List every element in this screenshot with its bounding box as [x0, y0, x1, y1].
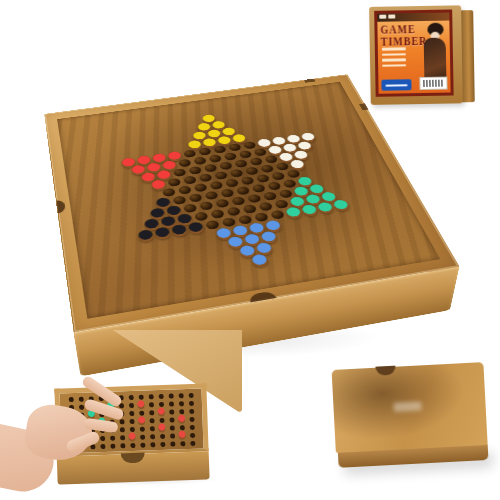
hole: [333, 200, 349, 210]
star-grid: ●●●●●●●●●●●●●●●●●●●●●●●●●●●●●●●●●●●●●●●●…: [113, 102, 371, 283]
board-hole[interactable]: [268, 209, 288, 221]
hole: [251, 184, 266, 193]
peg-green[interactable]: ●: [283, 204, 303, 218]
blue-sticker: [381, 79, 411, 91]
label-chip: [388, 14, 395, 18]
peg-black[interactable]: ●: [148, 205, 166, 219]
hole: [242, 204, 257, 214]
hole: [183, 175, 197, 184]
board-hole[interactable]: [188, 407, 195, 414]
hole: [189, 408, 194, 413]
hole: [167, 206, 181, 216]
board-hole[interactable]: [213, 198, 232, 210]
hole: [238, 215, 253, 225]
board-hole[interactable]: ●: [259, 230, 279, 243]
peg-blue[interactable]: ●: [214, 225, 233, 239]
hole: [188, 222, 203, 232]
board-hole[interactable]: ●: [242, 233, 262, 246]
hole: [261, 231, 277, 242]
hole: [210, 209, 225, 219]
board-hole[interactable]: [168, 408, 175, 415]
open-wooden-box: ●●●●●●●●●●●●●●●●●●●●●●●●●●●●●●●●●●●●●●●●…: [44, 74, 459, 332]
board-hole[interactable]: [177, 392, 184, 399]
hole: [244, 234, 260, 245]
board-hole[interactable]: ●: [247, 222, 267, 234]
hole: [204, 191, 218, 201]
board-hole[interactable]: ●: [231, 225, 251, 237]
hole: [172, 195, 186, 205]
board-hole[interactable]: ●: [178, 432, 185, 439]
board-hole[interactable]: ●: [159, 215, 178, 227]
board-hole[interactable]: [188, 431, 195, 438]
hole: [318, 202, 334, 212]
board-row: ●●●●: [148, 183, 326, 219]
board-hole[interactable]: ●: [315, 201, 335, 213]
hole: [199, 201, 214, 211]
board-hole[interactable]: ●: [307, 183, 327, 194]
hole: [236, 186, 251, 195]
hole: [150, 208, 164, 218]
hole: [160, 433, 165, 438]
board-hole[interactable]: [159, 440, 166, 447]
board-hole[interactable]: [197, 200, 216, 212]
board-hole[interactable]: [245, 193, 264, 205]
hole: [254, 212, 269, 222]
label-chip: [379, 15, 386, 19]
hole: [286, 207, 301, 217]
barcode: [419, 77, 447, 90]
board-hole[interactable]: ●: [331, 199, 351, 211]
peg-red[interactable]: ●: [177, 414, 185, 423]
board-hole[interactable]: ●: [175, 213, 194, 225]
hole: [183, 203, 198, 213]
board-hole[interactable]: [168, 424, 175, 431]
hole: [161, 216, 176, 226]
board-row: ●●: [237, 242, 274, 258]
board-hole[interactable]: [177, 400, 184, 407]
hole: [158, 393, 163, 398]
hole: [263, 191, 278, 201]
board-hole[interactable]: ●: [136, 229, 155, 242]
hole: [172, 225, 187, 235]
board-hole[interactable]: [224, 206, 243, 218]
hole: [194, 211, 209, 221]
faint-logo-stamp: [393, 401, 421, 411]
board-hole[interactable]: [160, 187, 178, 198]
closed-box-photo: [332, 362, 489, 468]
hole: [252, 254, 268, 265]
board-hole[interactable]: [203, 219, 223, 231]
board-hole[interactable]: [234, 185, 253, 196]
peg-black[interactable]: ●: [175, 211, 194, 225]
board-hole[interactable]: ●: [165, 205, 184, 217]
package-label: GAME TIMBER: [374, 9, 453, 96]
hole: [306, 194, 321, 204]
hole: [168, 393, 173, 398]
hole: [170, 441, 175, 446]
board-hole[interactable]: [202, 190, 221, 201]
board-row: ●●●●●●●●: [136, 199, 351, 242]
board-hole[interactable]: [235, 214, 255, 226]
board-hole[interactable]: ●: [186, 221, 205, 233]
board-hole[interactable]: ●: [263, 219, 283, 231]
hole: [309, 184, 324, 193]
peg-green[interactable]: ●: [295, 174, 314, 187]
hole: [216, 228, 231, 238]
hole: [178, 401, 183, 406]
peg-green[interactable]: ●: [299, 202, 319, 216]
hole: [225, 178, 239, 187]
hole: [228, 237, 243, 248]
hole: [169, 409, 174, 414]
board-hole[interactable]: [170, 194, 189, 206]
peg-blue[interactable]: ●: [230, 222, 249, 236]
board-hole[interactable]: ●: [292, 186, 312, 197]
board-hole[interactable]: ●: [226, 236, 246, 249]
board-hole[interactable]: [192, 210, 211, 222]
hole: [240, 245, 256, 256]
hole: [321, 192, 336, 202]
board-hole[interactable]: [186, 192, 205, 203]
board-hole[interactable]: ●: [153, 226, 172, 239]
hole: [274, 199, 289, 209]
hole: [180, 441, 185, 446]
closed-box-lid: [332, 362, 488, 453]
board-hole[interactable]: [179, 440, 186, 447]
board-row: ●: [249, 253, 270, 266]
peg-blue[interactable]: ●: [258, 228, 278, 243]
board-hole[interactable]: ●: [284, 206, 304, 218]
board-hole[interactable]: [191, 182, 210, 193]
peg-blue[interactable]: ●: [225, 233, 245, 248]
peg-black[interactable]: ●: [154, 195, 172, 208]
board-hole[interactable]: [249, 183, 268, 194]
peg-blue[interactable]: ●: [249, 251, 269, 266]
board-hole[interactable]: [167, 400, 174, 407]
peg-green[interactable]: ●: [303, 192, 323, 205]
hole: [247, 194, 262, 204]
peg-blue[interactable]: ●: [247, 220, 267, 234]
peg-green[interactable]: ●: [319, 189, 339, 202]
hole: [160, 441, 165, 446]
hole: [167, 178, 181, 187]
peg-red[interactable]: ●: [178, 430, 186, 439]
lifestyle-photo: ●●●●●●●●●●●●: [0, 330, 242, 500]
board-hole[interactable]: [189, 439, 196, 446]
peg-green[interactable]: ●: [331, 197, 351, 210]
hole: [194, 183, 208, 192]
board-hole[interactable]: [272, 198, 292, 210]
hole: [169, 433, 174, 438]
peg-black[interactable]: ●: [159, 213, 177, 227]
board-hole[interactable]: [229, 195, 248, 207]
hole: [221, 217, 236, 227]
peg-green[interactable]: ●: [291, 184, 310, 197]
board-hole[interactable]: ●: [254, 242, 275, 255]
hole: [256, 243, 272, 254]
board-hole[interactable]: [187, 399, 194, 406]
hole: [145, 219, 160, 229]
peg-green[interactable]: ●: [315, 199, 335, 213]
hole: [249, 223, 264, 233]
hole: [155, 227, 170, 237]
hole: [278, 189, 293, 199]
hole: [178, 214, 193, 224]
board-hole[interactable]: [260, 190, 279, 201]
board-hole[interactable]: [187, 391, 194, 398]
board-row: ●●●●●●: [142, 191, 339, 230]
retail-package-photo: GAME TIMBER: [369, 5, 477, 111]
board-hole[interactable]: ●: [214, 227, 234, 240]
peg-black[interactable]: ●: [186, 219, 205, 233]
board-hole[interactable]: [168, 416, 175, 423]
hole: [209, 181, 223, 190]
hole: [189, 416, 194, 421]
peg-blue[interactable]: ●: [254, 239, 274, 254]
hole: [270, 210, 285, 220]
board-hole[interactable]: ●: [158, 424, 165, 431]
hole: [220, 188, 235, 197]
label-small-text-lines: [382, 47, 406, 66]
board-hole[interactable]: ●: [303, 193, 323, 205]
board-hole[interactable]: [218, 187, 237, 198]
board-hole[interactable]: [219, 216, 239, 228]
hole: [169, 417, 174, 422]
hole: [231, 196, 246, 206]
board-row: ●●●●: [214, 219, 283, 239]
peg-black[interactable]: ●: [170, 222, 189, 236]
hole: [205, 220, 220, 230]
hole: [290, 197, 305, 207]
board-hole[interactable]: ●: [288, 196, 308, 208]
peg-red[interactable]: ●: [157, 406, 165, 415]
board-hole[interactable]: [252, 211, 272, 223]
peg-black[interactable]: ●: [153, 224, 172, 238]
peg-black[interactable]: ●: [142, 216, 160, 230]
hole: [156, 198, 170, 208]
hole: [226, 207, 241, 217]
board-hole[interactable]: [276, 188, 295, 199]
board-row: ●●●: [226, 230, 279, 248]
hole: [189, 424, 194, 429]
board-hole[interactable]: [188, 423, 195, 430]
hole: [162, 188, 176, 197]
board-hole[interactable]: ●: [319, 191, 339, 202]
hole: [178, 393, 183, 398]
hole: [169, 425, 174, 430]
board-hole[interactable]: ●: [158, 408, 165, 415]
hole: [188, 193, 202, 203]
board-hole[interactable]: [176, 184, 195, 195]
board-hole[interactable]: [256, 201, 276, 213]
hole: [178, 185, 192, 194]
board-hole[interactable]: ●: [237, 244, 257, 257]
peg-red[interactable]: ●: [158, 422, 166, 431]
hole: [215, 199, 230, 209]
board-hole[interactable]: ●: [249, 253, 270, 266]
board-hole[interactable]: [188, 415, 195, 422]
board-hole[interactable]: [169, 440, 176, 447]
board-hole[interactable]: ●: [142, 218, 161, 230]
hole: [233, 226, 248, 236]
corner-notch-right: [359, 103, 369, 110]
hole: [267, 181, 282, 190]
peg-green[interactable]: ●: [307, 182, 326, 195]
peg-black[interactable]: ●: [136, 227, 154, 241]
hole: [188, 400, 193, 405]
board-hole[interactable]: ●: [178, 416, 185, 423]
player-hand: [0, 370, 152, 490]
hole: [190, 440, 195, 445]
hole: [258, 202, 273, 212]
board-hole[interactable]: ●: [154, 197, 173, 209]
peg-white[interactable]: ●: [288, 157, 307, 169]
hole: [266, 220, 281, 230]
hole: [294, 187, 309, 196]
hole: [282, 179, 297, 188]
corner-notch-top: [304, 78, 316, 83]
board-hole[interactable]: [167, 392, 174, 399]
board-hole[interactable]: [240, 203, 259, 215]
board-hole[interactable]: ●: [148, 207, 167, 219]
board-hole[interactable]: ●: [300, 204, 320, 216]
hole: [302, 205, 317, 215]
board-hole[interactable]: [181, 202, 200, 214]
hole: [168, 401, 173, 406]
board-hole[interactable]: ●: [170, 224, 189, 236]
peg-blue[interactable]: ●: [242, 231, 262, 246]
hole: [240, 176, 254, 185]
peg-blue[interactable]: ●: [263, 217, 283, 231]
peg-blue[interactable]: ●: [237, 242, 257, 257]
hole: [189, 432, 194, 437]
hole: [138, 230, 153, 241]
board-hole[interactable]: [168, 432, 175, 439]
board-hole[interactable]: [157, 392, 164, 399]
hole: [188, 392, 193, 397]
peg-black[interactable]: ●: [165, 203, 183, 217]
board-hole[interactable]: [208, 208, 227, 220]
board-hole[interactable]: [158, 432, 165, 439]
peg-green[interactable]: ●: [287, 194, 306, 207]
